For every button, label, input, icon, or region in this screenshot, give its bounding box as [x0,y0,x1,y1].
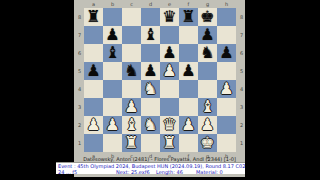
coord-label: 1 [238,134,245,152]
piece-black-pawn: ♟ [162,45,176,61]
piece-black-bishop: ♝ [143,27,157,43]
square-f8[interactable]: ♜ [179,8,198,26]
square-c7[interactable] [122,26,141,44]
square-a6[interactable] [84,44,103,62]
square-f3[interactable] [179,98,198,116]
square-a8[interactable]: ♜ [84,8,103,26]
piece-black-pawn: ♟ [105,27,119,43]
piece-white-rook: ♜ [162,135,176,151]
square-g7[interactable]: ♟ [198,26,217,44]
piece-black-rook: ♜ [86,9,100,25]
next-move-caption: Next: 25.exf6 [116,170,150,175]
square-f2[interactable]: ♟ [179,116,198,134]
square-c5[interactable]: ♞ [122,62,141,80]
piece-white-pawn: ♟ [105,117,119,133]
square-g8[interactable]: ♚ [198,8,217,26]
square-f1[interactable] [179,134,198,152]
coord-label: c [122,1,141,7]
square-f7[interactable] [179,26,198,44]
coord-label: 3 [76,98,83,116]
square-h2[interactable] [217,116,236,134]
piece-white-bishop: ♝ [200,99,214,115]
square-e6[interactable]: ♟ [160,44,179,62]
piece-black-pawn: ♟ [181,63,195,79]
coord-label: 8 [76,8,83,26]
piece-black-pawn: ♟ [219,45,233,61]
coord-label: 3 [238,98,245,116]
square-a2[interactable]: ♟ [84,116,103,134]
piece-black-knight: ♞ [200,45,214,61]
coord-label: b [103,1,122,7]
square-c3[interactable]: ♟ [122,98,141,116]
chess-board: ♜♛♜♚♟♝♟♝♟♞♟♟♞♟♟♟♞♟♟♝♟♟♝♞♛♟♟♜♜♚ [84,8,236,152]
file-labels-top: abcdefgh [84,1,236,7]
piece-black-pawn: ♟ [200,27,214,43]
coord-label: 4 [238,80,245,98]
square-a4[interactable] [84,80,103,98]
square-f6[interactable] [179,44,198,62]
piece-black-pawn: ♟ [143,63,157,79]
square-c4[interactable] [122,80,141,98]
square-e3[interactable] [160,98,179,116]
piece-white-knight: ♞ [143,81,157,97]
material-caption: Material: 0 [196,170,223,175]
coord-label: 6 [238,44,245,62]
piece-white-pawn: ♟ [219,81,233,97]
coord-label: 1 [76,134,83,152]
square-b3[interactable] [103,98,122,116]
piece-white-pawn: ♟ [200,117,214,133]
coord-label: 7 [238,26,245,44]
square-g6[interactable]: ♞ [198,44,217,62]
piece-black-queen: ♛ [162,9,176,25]
square-b1[interactable] [103,134,122,152]
square-b8[interactable] [103,8,122,26]
square-b5[interactable] [103,62,122,80]
piece-white-bishop: ♝ [124,117,138,133]
square-d1[interactable] [141,134,160,152]
square-h1[interactable] [217,134,236,152]
coord-label: h [217,1,236,7]
square-c2[interactable]: ♝ [122,116,141,134]
square-d3[interactable] [141,98,160,116]
square-a1[interactable] [84,134,103,152]
square-f5[interactable]: ♟ [179,62,198,80]
square-c1[interactable]: ♜ [122,134,141,152]
piece-white-king: ♚ [200,135,214,151]
square-e5[interactable]: ♟ [160,62,179,80]
coord-label: 5 [76,62,83,80]
square-e8[interactable]: ♛ [160,8,179,26]
square-e1[interactable]: ♜ [160,134,179,152]
piece-white-pawn: ♟ [86,117,100,133]
length-caption: Length: 46 [156,170,183,175]
square-b4[interactable] [103,80,122,98]
square-d6[interactable] [141,44,160,62]
square-e4[interactable] [160,80,179,98]
coord-label: 2 [76,116,83,134]
square-g4[interactable] [198,80,217,98]
square-d7[interactable]: ♝ [141,26,160,44]
square-h7[interactable] [217,26,236,44]
last-move-caption: 24 ... f5 [58,170,77,175]
square-h3[interactable] [217,98,236,116]
piece-black-knight: ♞ [124,63,138,79]
square-b6[interactable]: ♝ [103,44,122,62]
square-f4[interactable] [179,80,198,98]
square-e7[interactable] [160,26,179,44]
square-h4[interactable]: ♟ [217,80,236,98]
rank-labels-left: 87654321 [76,8,83,152]
piece-white-pawn: ♟ [181,117,195,133]
video-frame: abcdefgh abcdefgh 87654321 87654321 ♜♛♜♚… [0,0,320,180]
square-b2[interactable]: ♟ [103,116,122,134]
piece-white-pawn: ♟ [124,99,138,115]
square-a5[interactable]: ♟ [84,62,103,80]
coord-label: 5 [238,62,245,80]
coord-label: f [179,1,198,7]
square-e2[interactable]: ♛ [160,116,179,134]
piece-black-bishop: ♝ [105,45,119,61]
square-d2[interactable]: ♞ [141,116,160,134]
square-g3[interactable]: ♝ [198,98,217,116]
coord-label: e [160,1,179,7]
square-d8[interactable] [141,8,160,26]
piece-white-knight: ♞ [143,117,157,133]
coord-label: 2 [238,116,245,134]
square-g1[interactable]: ♚ [198,134,217,152]
coord-label: 7 [76,26,83,44]
piece-black-rook: ♜ [181,9,195,25]
piece-black-pawn: ♟ [86,63,100,79]
square-g2[interactable]: ♟ [198,116,217,134]
square-a3[interactable] [84,98,103,116]
square-h8[interactable] [217,8,236,26]
coord-label: d [141,1,160,7]
coord-label: 8 [238,8,245,26]
square-d5[interactable]: ♟ [141,62,160,80]
piece-white-rook: ♜ [124,135,138,151]
coord-label: 6 [76,44,83,62]
coord-label: g [198,1,217,7]
piece-white-queen: ♛ [162,117,176,133]
square-a7[interactable] [84,26,103,44]
coord-label: 4 [76,80,83,98]
square-h6[interactable]: ♟ [217,44,236,62]
square-b7[interactable]: ♟ [103,26,122,44]
square-h5[interactable] [217,62,236,80]
square-c8[interactable] [122,8,141,26]
coord-label: a [84,1,103,7]
piece-white-pawn: ♟ [162,63,176,79]
square-g5[interactable] [198,62,217,80]
rank-labels-right: 87654321 [238,8,245,152]
square-d4[interactable]: ♞ [141,80,160,98]
square-c6[interactable] [122,44,141,62]
piece-black-king: ♚ [200,9,214,25]
